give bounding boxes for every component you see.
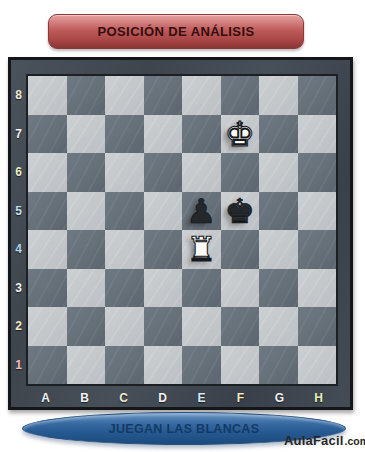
square-a2 (28, 307, 67, 346)
rank-label-5: 5 (11, 192, 26, 231)
square-a4 (28, 230, 67, 269)
file-label-G: G (260, 388, 299, 407)
square-c7 (105, 115, 144, 154)
square-f3 (221, 269, 260, 308)
rank-label-2: 2 (11, 307, 26, 346)
square-g8 (259, 76, 298, 115)
square-b3 (67, 269, 106, 308)
square-a8 (28, 76, 67, 115)
square-e5: ♟ (182, 192, 221, 231)
square-c5 (105, 192, 144, 231)
square-d4 (144, 230, 183, 269)
file-label-F: F (221, 388, 260, 407)
file-label-D: D (143, 388, 182, 407)
rank-label-3: 3 (11, 269, 26, 308)
square-b6 (67, 153, 106, 192)
square-c1 (105, 346, 144, 385)
square-g2 (259, 307, 298, 346)
board-squares: ♚♟♚♜ (26, 74, 338, 386)
square-g7 (259, 115, 298, 154)
square-b1 (67, 346, 106, 385)
file-label-B: B (65, 388, 104, 407)
file-labels: ABCDEFGH (26, 388, 338, 407)
square-f7: ♚ (221, 115, 260, 154)
square-d3 (144, 269, 183, 308)
square-a7 (28, 115, 67, 154)
black-pawn: ♟ (186, 194, 216, 228)
square-b5 (67, 192, 106, 231)
square-a1 (28, 346, 67, 385)
square-d2 (144, 307, 183, 346)
square-h8 (298, 76, 337, 115)
square-d1 (144, 346, 183, 385)
square-e3 (182, 269, 221, 308)
square-h6 (298, 153, 337, 192)
square-h7 (298, 115, 337, 154)
square-g5 (259, 192, 298, 231)
square-e6 (182, 153, 221, 192)
rank-label-7: 7 (11, 115, 26, 154)
square-g3 (259, 269, 298, 308)
square-e2 (182, 307, 221, 346)
square-f1 (221, 346, 260, 385)
rank-label-1: 1 (11, 346, 26, 385)
rank-label-8: 8 (11, 76, 26, 115)
turn-banner-label: JUEGAN LAS BLANCAS (109, 422, 260, 436)
square-h1 (298, 346, 337, 385)
square-d6 (144, 153, 183, 192)
aulafacil-logo: AulaFacil .com (284, 433, 365, 448)
square-b2 (67, 307, 106, 346)
square-a5 (28, 192, 67, 231)
square-d7 (144, 115, 183, 154)
square-c8 (105, 76, 144, 115)
square-b4 (67, 230, 106, 269)
square-f4 (221, 230, 260, 269)
square-a3 (28, 269, 67, 308)
square-c3 (105, 269, 144, 308)
square-b8 (67, 76, 106, 115)
square-f2 (221, 307, 260, 346)
square-f5: ♚ (221, 192, 260, 231)
white-king: ♚ (225, 117, 255, 151)
square-e4: ♜ (182, 230, 221, 269)
square-g4 (259, 230, 298, 269)
square-h4 (298, 230, 337, 269)
square-e8 (182, 76, 221, 115)
logo-suffix: .com (345, 435, 365, 447)
square-h5 (298, 192, 337, 231)
square-a6 (28, 153, 67, 192)
square-e1 (182, 346, 221, 385)
file-label-C: C (104, 388, 143, 407)
square-e7 (182, 115, 221, 154)
square-d8 (144, 76, 183, 115)
square-g6 (259, 153, 298, 192)
square-h3 (298, 269, 337, 308)
square-f6 (221, 153, 260, 192)
square-f8 (221, 76, 260, 115)
square-d5 (144, 192, 183, 231)
white-rook: ♜ (186, 232, 216, 266)
analysis-banner: POSICIÓN DE ANÁLISIS (48, 14, 304, 49)
page: POSICIÓN DE ANÁLISIS 87654321 ♚♟♚♜ ABCDE… (0, 0, 365, 452)
square-c2 (105, 307, 144, 346)
file-label-E: E (182, 388, 221, 407)
square-h2 (298, 307, 337, 346)
file-label-H: H (299, 388, 338, 407)
logo-name: AulaFacil (284, 433, 344, 448)
rank-labels: 87654321 (11, 76, 26, 384)
square-g1 (259, 346, 298, 385)
square-c6 (105, 153, 144, 192)
square-c4 (105, 230, 144, 269)
square-b7 (67, 115, 106, 154)
chess-board-frame: 87654321 ♚♟♚♜ ABCDEFGH (8, 57, 353, 410)
analysis-banner-label: POSICIÓN DE ANÁLISIS (97, 24, 254, 39)
rank-label-6: 6 (11, 153, 26, 192)
file-label-A: A (26, 388, 65, 407)
rank-label-4: 4 (11, 230, 26, 269)
black-king: ♚ (225, 194, 255, 228)
